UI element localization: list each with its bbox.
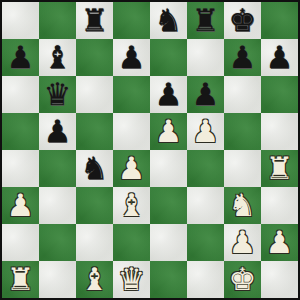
square-e3[interactable] — [150, 187, 187, 224]
white-bishop[interactable]: ♝ — [118, 187, 146, 224]
square-e2[interactable] — [150, 224, 187, 261]
black-rook[interactable]: ♜ — [81, 2, 109, 39]
square-a5[interactable] — [2, 113, 39, 150]
black-knight[interactable]: ♞ — [81, 150, 109, 187]
white-king[interactable]: ♚ — [229, 261, 257, 298]
square-c5[interactable] — [76, 113, 113, 150]
square-c8[interactable]: ♜ — [76, 2, 113, 39]
square-b8[interactable] — [39, 2, 76, 39]
square-d5[interactable] — [113, 113, 150, 150]
square-g1[interactable]: ♚ — [224, 261, 261, 298]
white-pawn[interactable]: ♟ — [7, 187, 35, 224]
chess-board: ♜♞♜♚♟♝♟♟♟♛♟♟♟♟♟♞♟♜♟♝♞♟♟♜♝♛♚ — [0, 0, 300, 300]
black-king[interactable]: ♚ — [229, 2, 257, 39]
black-pawn[interactable]: ♟ — [192, 76, 220, 113]
square-h7[interactable]: ♟ — [261, 39, 298, 76]
square-c4[interactable]: ♞ — [76, 150, 113, 187]
square-a1[interactable]: ♜ — [2, 261, 39, 298]
white-pawn[interactable]: ♟ — [266, 224, 294, 261]
black-knight[interactable]: ♞ — [155, 2, 183, 39]
square-h2[interactable]: ♟ — [261, 224, 298, 261]
black-pawn[interactable]: ♟ — [229, 39, 257, 76]
square-b7[interactable]: ♝ — [39, 39, 76, 76]
white-knight[interactable]: ♞ — [229, 187, 257, 224]
square-c7[interactable] — [76, 39, 113, 76]
square-a7[interactable]: ♟ — [2, 39, 39, 76]
black-pawn[interactable]: ♟ — [7, 39, 35, 76]
black-bishop[interactable]: ♝ — [44, 39, 72, 76]
black-pawn[interactable]: ♟ — [44, 113, 72, 150]
square-d6[interactable] — [113, 76, 150, 113]
chess-diagram: ♜♞♜♚♟♝♟♟♟♛♟♟♟♟♟♞♟♜♟♝♞♟♟♜♝♛♚ — [0, 0, 300, 300]
square-d7[interactable]: ♟ — [113, 39, 150, 76]
white-pawn[interactable]: ♟ — [192, 113, 220, 150]
square-b5[interactable]: ♟ — [39, 113, 76, 150]
white-pawn[interactable]: ♟ — [229, 224, 257, 261]
square-f1[interactable] — [187, 261, 224, 298]
square-f3[interactable] — [187, 187, 224, 224]
square-c1[interactable]: ♝ — [76, 261, 113, 298]
black-rook[interactable]: ♜ — [192, 2, 220, 39]
black-pawn[interactable]: ♟ — [155, 76, 183, 113]
square-b4[interactable] — [39, 150, 76, 187]
square-f5[interactable]: ♟ — [187, 113, 224, 150]
square-g7[interactable]: ♟ — [224, 39, 261, 76]
square-h3[interactable] — [261, 187, 298, 224]
square-d3[interactable]: ♝ — [113, 187, 150, 224]
square-a3[interactable]: ♟ — [2, 187, 39, 224]
black-pawn[interactable]: ♟ — [118, 39, 146, 76]
square-g6[interactable] — [224, 76, 261, 113]
white-rook[interactable]: ♜ — [7, 261, 35, 298]
square-d1[interactable]: ♛ — [113, 261, 150, 298]
square-a6[interactable] — [2, 76, 39, 113]
square-e1[interactable] — [150, 261, 187, 298]
square-f4[interactable] — [187, 150, 224, 187]
white-queen[interactable]: ♛ — [118, 261, 146, 298]
square-h5[interactable] — [261, 113, 298, 150]
square-f7[interactable] — [187, 39, 224, 76]
square-g8[interactable]: ♚ — [224, 2, 261, 39]
square-a8[interactable] — [2, 2, 39, 39]
square-g3[interactable]: ♞ — [224, 187, 261, 224]
square-f6[interactable]: ♟ — [187, 76, 224, 113]
square-b3[interactable] — [39, 187, 76, 224]
square-c3[interactable] — [76, 187, 113, 224]
square-h8[interactable] — [261, 2, 298, 39]
square-d8[interactable] — [113, 2, 150, 39]
square-g4[interactable] — [224, 150, 261, 187]
white-pawn[interactable]: ♟ — [155, 113, 183, 150]
square-e7[interactable] — [150, 39, 187, 76]
square-h1[interactable] — [261, 261, 298, 298]
square-b6[interactable]: ♛ — [39, 76, 76, 113]
black-pawn[interactable]: ♟ — [266, 39, 294, 76]
square-h6[interactable] — [261, 76, 298, 113]
square-a2[interactable] — [2, 224, 39, 261]
square-e8[interactable]: ♞ — [150, 2, 187, 39]
square-c2[interactable] — [76, 224, 113, 261]
square-a4[interactable] — [2, 150, 39, 187]
square-f8[interactable]: ♜ — [187, 2, 224, 39]
square-f2[interactable] — [187, 224, 224, 261]
square-d2[interactable] — [113, 224, 150, 261]
square-b2[interactable] — [39, 224, 76, 261]
square-c6[interactable] — [76, 76, 113, 113]
square-e5[interactable]: ♟ — [150, 113, 187, 150]
black-queen[interactable]: ♛ — [44, 76, 72, 113]
square-e6[interactable]: ♟ — [150, 76, 187, 113]
white-rook[interactable]: ♜ — [266, 150, 294, 187]
white-pawn[interactable]: ♟ — [118, 150, 146, 187]
square-g5[interactable] — [224, 113, 261, 150]
square-g2[interactable]: ♟ — [224, 224, 261, 261]
white-bishop[interactable]: ♝ — [81, 261, 109, 298]
square-d4[interactable]: ♟ — [113, 150, 150, 187]
square-h4[interactable]: ♜ — [261, 150, 298, 187]
square-b1[interactable] — [39, 261, 76, 298]
square-e4[interactable] — [150, 150, 187, 187]
